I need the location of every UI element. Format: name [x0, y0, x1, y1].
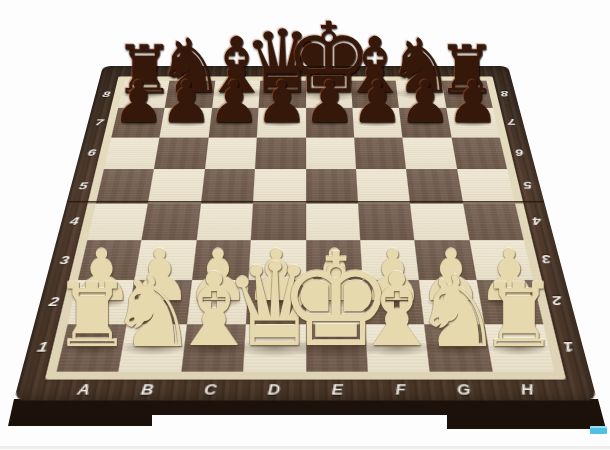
- file-label-d: D: [242, 381, 306, 397]
- square-g5[interactable]: [406, 169, 462, 203]
- background-shadow-line: [0, 446, 610, 449]
- square-g6[interactable]: [403, 137, 457, 169]
- piece-black-pawn-a7[interactable]: ♟: [112, 73, 164, 131]
- piece-black-pawn-d7[interactable]: ♟: [256, 73, 308, 131]
- square-f5[interactable]: [356, 169, 410, 203]
- square-c5[interactable]: [201, 169, 255, 203]
- square-b5[interactable]: [148, 169, 204, 203]
- square-c6[interactable]: [205, 137, 257, 169]
- file-label-c: C: [178, 381, 243, 397]
- square-d5[interactable]: [253, 169, 305, 203]
- file-labels: ABCDEFGH: [50, 378, 561, 400]
- square-h5[interactable]: [457, 169, 515, 203]
- square-d6[interactable]: [255, 137, 305, 169]
- piece-white-rook-h1[interactable]: ♜: [479, 272, 558, 360]
- watermark-badge: [590, 426, 607, 434]
- piece-black-pawn-h7[interactable]: ♟: [447, 73, 499, 131]
- piece-black-pawn-b7[interactable]: ♟: [160, 73, 212, 131]
- square-e6[interactable]: [306, 137, 356, 169]
- square-b6[interactable]: [154, 137, 208, 169]
- square-h6[interactable]: [451, 137, 507, 169]
- board-fold-hinge: [66, 201, 544, 203]
- file-label-e: E: [306, 381, 370, 397]
- piece-black-pawn-f7[interactable]: ♟: [351, 73, 403, 131]
- file-label-a: A: [51, 381, 118, 397]
- file-label-b: B: [114, 381, 180, 397]
- piece-black-pawn-e7[interactable]: ♟: [303, 73, 355, 131]
- file-label-h: H: [494, 381, 561, 397]
- piece-black-pawn-c7[interactable]: ♟: [208, 73, 260, 131]
- square-f6[interactable]: [354, 137, 406, 169]
- chessboard-photo: ABCDEFGH 87654321 87654321 ♜♞♝♛♚♝♞♜♟♟♟♟♟…: [0, 0, 610, 450]
- square-e5[interactable]: [306, 169, 358, 203]
- file-label-f: F: [368, 381, 433, 397]
- file-label-g: G: [431, 381, 497, 397]
- piece-black-pawn-g7[interactable]: ♟: [399, 73, 451, 131]
- square-a6[interactable]: [104, 137, 160, 169]
- square-a5[interactable]: [96, 169, 154, 203]
